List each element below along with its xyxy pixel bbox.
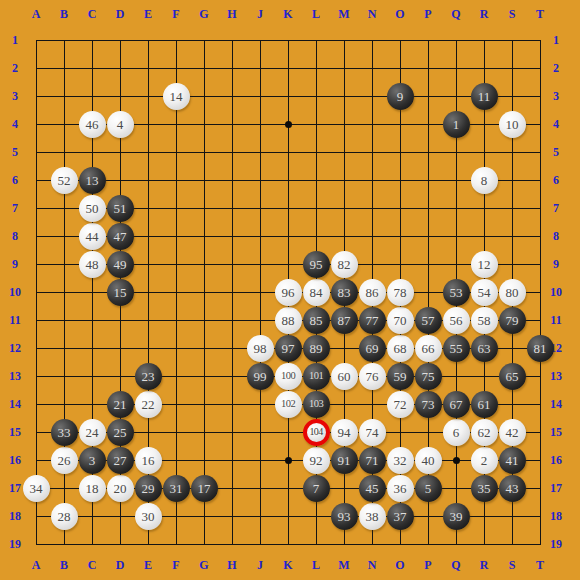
- move-number: 25: [114, 426, 127, 439]
- move-number: 34: [30, 482, 43, 495]
- stone-G17: 17: [191, 475, 218, 502]
- move-number: 4: [117, 118, 124, 131]
- column-label: O: [386, 556, 414, 574]
- stone-D10: 15: [107, 279, 134, 306]
- move-number: 70: [394, 314, 407, 327]
- stone-F17: 31: [163, 475, 190, 502]
- column-label: S: [498, 556, 526, 574]
- move-number: 12: [478, 258, 491, 271]
- move-number: 50: [86, 202, 99, 215]
- move-number: 68: [394, 342, 407, 355]
- stone-D4: 4: [107, 111, 134, 138]
- move-number: 13: [86, 174, 99, 187]
- stone-L15-last-move: 104: [303, 419, 330, 446]
- stone-P11: 57: [415, 307, 442, 334]
- stone-S16: 41: [499, 447, 526, 474]
- move-number: 5: [425, 482, 432, 495]
- stone-S4: 10: [499, 111, 526, 138]
- move-number: 23: [142, 370, 155, 383]
- stone-D9: 49: [107, 251, 134, 278]
- column-label: D: [106, 5, 134, 23]
- move-number: 67: [450, 398, 463, 411]
- move-number: 36: [394, 482, 407, 495]
- stone-Q4: 1: [443, 111, 470, 138]
- stone-P17: 5: [415, 475, 442, 502]
- move-number: 31: [170, 482, 183, 495]
- stone-R15: 62: [471, 419, 498, 446]
- move-number: 46: [86, 118, 99, 131]
- move-number: 63: [478, 342, 491, 355]
- column-label: J: [246, 5, 274, 23]
- stone-N11: 77: [359, 307, 386, 334]
- stone-N18: 38: [359, 503, 386, 530]
- move-number: 14: [170, 90, 183, 103]
- stone-M10: 83: [331, 279, 358, 306]
- stone-T12: 81: [527, 335, 554, 362]
- move-number: 41: [506, 454, 519, 467]
- stone-N12: 69: [359, 335, 386, 362]
- stone-B6: 52: [51, 167, 78, 194]
- move-number: 18: [86, 482, 99, 495]
- move-number: 101: [309, 371, 323, 382]
- stone-P13: 75: [415, 363, 442, 390]
- stone-J13: 99: [247, 363, 274, 390]
- stone-R17: 35: [471, 475, 498, 502]
- column-label: A: [22, 5, 50, 23]
- move-number: 73: [422, 398, 435, 411]
- move-number: 81: [534, 342, 547, 355]
- move-number: 3: [89, 454, 96, 467]
- move-number: 71: [366, 454, 379, 467]
- stone-O17: 36: [387, 475, 414, 502]
- move-number: 80: [506, 286, 519, 299]
- board-grid[interactable]: 1234567891011121314151617182021222324252…: [22, 26, 554, 558]
- stone-N15: 74: [359, 419, 386, 446]
- move-number: 62: [478, 426, 491, 439]
- column-label: E: [134, 556, 162, 574]
- move-number: 66: [422, 342, 435, 355]
- stone-M15: 94: [331, 419, 358, 446]
- move-number: 79: [506, 314, 519, 327]
- move-number: 20: [114, 482, 127, 495]
- column-label: T: [526, 556, 554, 574]
- stone-R3: 11: [471, 83, 498, 110]
- column-label: L: [302, 5, 330, 23]
- move-number: 1: [453, 118, 460, 131]
- stone-N16: 71: [359, 447, 386, 474]
- stone-S17: 43: [499, 475, 526, 502]
- move-number: 47: [114, 230, 127, 243]
- move-number: 32: [394, 454, 407, 467]
- stone-M18: 93: [331, 503, 358, 530]
- move-number: 77: [366, 314, 379, 327]
- stone-B18: 28: [51, 503, 78, 530]
- stone-L13: 101: [303, 363, 330, 390]
- column-label: Q: [442, 5, 470, 23]
- move-number: 96: [282, 286, 295, 299]
- column-label: P: [414, 5, 442, 23]
- column-label: H: [218, 556, 246, 574]
- column-label: M: [330, 5, 358, 23]
- stone-M16: 91: [331, 447, 358, 474]
- move-number: 48: [86, 258, 99, 271]
- stone-C15: 24: [79, 419, 106, 446]
- column-label: G: [190, 556, 218, 574]
- stone-D15: 25: [107, 419, 134, 446]
- move-number: 78: [394, 286, 407, 299]
- move-number: 49: [114, 258, 127, 271]
- move-number: 72: [394, 398, 407, 411]
- column-label: E: [134, 5, 162, 23]
- column-label: A: [22, 556, 50, 574]
- stone-E16: 16: [135, 447, 162, 474]
- column-label: H: [218, 5, 246, 23]
- move-number: 84: [310, 286, 323, 299]
- stone-M9: 82: [331, 251, 358, 278]
- stone-K14: 102: [275, 391, 302, 418]
- move-number: 56: [450, 314, 463, 327]
- move-number: 15: [114, 286, 127, 299]
- column-label: B: [50, 556, 78, 574]
- move-number: 9: [397, 90, 404, 103]
- move-number: 57: [422, 314, 435, 327]
- stone-B15: 33: [51, 419, 78, 446]
- stone-B16: 26: [51, 447, 78, 474]
- stone-S10: 80: [499, 279, 526, 306]
- stone-P16: 40: [415, 447, 442, 474]
- column-label: R: [470, 5, 498, 23]
- stone-Q14: 67: [443, 391, 470, 418]
- column-label: P: [414, 556, 442, 574]
- star-point: [453, 457, 460, 464]
- move-number: 55: [450, 342, 463, 355]
- move-number: 10: [506, 118, 519, 131]
- stone-N17: 45: [359, 475, 386, 502]
- move-number: 2: [481, 454, 488, 467]
- stone-S15: 42: [499, 419, 526, 446]
- stone-C6: 13: [79, 167, 106, 194]
- stone-Q12: 55: [443, 335, 470, 362]
- stone-O14: 72: [387, 391, 414, 418]
- stone-J12: 98: [247, 335, 274, 362]
- move-number: 16: [142, 454, 155, 467]
- move-number: 59: [394, 370, 407, 383]
- stone-K10: 96: [275, 279, 302, 306]
- stone-Q15: 6: [443, 419, 470, 446]
- stone-F3: 14: [163, 83, 190, 110]
- stone-E17: 29: [135, 475, 162, 502]
- stone-D14: 21: [107, 391, 134, 418]
- move-number: 74: [366, 426, 379, 439]
- stone-N13: 76: [359, 363, 386, 390]
- move-number: 83: [338, 286, 351, 299]
- stone-C7: 50: [79, 195, 106, 222]
- move-number: 22: [142, 398, 155, 411]
- move-number: 61: [478, 398, 491, 411]
- column-label: O: [386, 5, 414, 23]
- stone-D7: 51: [107, 195, 134, 222]
- move-number: 44: [86, 230, 99, 243]
- column-label: R: [470, 556, 498, 574]
- stone-O12: 68: [387, 335, 414, 362]
- move-number: 92: [310, 454, 323, 467]
- move-number: 86: [366, 286, 379, 299]
- move-number: 45: [366, 482, 379, 495]
- move-number: 26: [58, 454, 71, 467]
- move-number: 29: [142, 482, 155, 495]
- move-number: 75: [422, 370, 435, 383]
- stone-R9: 12: [471, 251, 498, 278]
- stone-S11: 79: [499, 307, 526, 334]
- stone-D8: 47: [107, 223, 134, 250]
- column-label: N: [358, 5, 386, 23]
- column-label: K: [274, 5, 302, 23]
- column-label: G: [190, 5, 218, 23]
- stone-O10: 78: [387, 279, 414, 306]
- move-number: 94: [338, 426, 351, 439]
- stone-K11: 88: [275, 307, 302, 334]
- move-number: 102: [281, 399, 295, 410]
- move-number: 11: [478, 90, 491, 103]
- stone-C16: 3: [79, 447, 106, 474]
- column-label: J: [246, 556, 274, 574]
- column-labels-bottom: ABCDEFGHJKLMNOPQRST: [22, 556, 554, 574]
- stone-K13: 100: [275, 363, 302, 390]
- move-number: 69: [366, 342, 379, 355]
- stone-R10: 54: [471, 279, 498, 306]
- stone-D16: 27: [107, 447, 134, 474]
- column-label: Q: [442, 556, 470, 574]
- stone-R16: 2: [471, 447, 498, 474]
- stone-A17: 34: [23, 475, 50, 502]
- stone-L10: 84: [303, 279, 330, 306]
- column-label: K: [274, 556, 302, 574]
- move-number: 38: [366, 510, 379, 523]
- column-label: D: [106, 556, 134, 574]
- move-number: 28: [58, 510, 71, 523]
- stone-R14: 61: [471, 391, 498, 418]
- column-label: F: [162, 556, 190, 574]
- move-number: 6: [453, 426, 460, 439]
- move-number: 65: [506, 370, 519, 383]
- stone-L14: 103: [303, 391, 330, 418]
- move-number: 104: [309, 427, 322, 437]
- move-number: 52: [58, 174, 71, 187]
- move-number: 37: [394, 510, 407, 523]
- star-point: [285, 457, 292, 464]
- move-number: 40: [422, 454, 435, 467]
- stone-L9: 95: [303, 251, 330, 278]
- stone-E13: 23: [135, 363, 162, 390]
- column-label: L: [302, 556, 330, 574]
- move-number: 58: [478, 314, 491, 327]
- move-number: 95: [310, 258, 323, 271]
- stone-L16: 92: [303, 447, 330, 474]
- go-board-diagram: ABCDEFGHJKLMNOPQRST ABCDEFGHJKLMNOPQRST …: [0, 0, 580, 580]
- move-number: 51: [114, 202, 127, 215]
- stone-P14: 73: [415, 391, 442, 418]
- stone-L11: 85: [303, 307, 330, 334]
- move-number: 82: [338, 258, 351, 271]
- move-number: 89: [310, 342, 323, 355]
- stone-L17: 7: [303, 475, 330, 502]
- column-labels-top: ABCDEFGHJKLMNOPQRST: [22, 5, 554, 23]
- stone-Q10: 53: [443, 279, 470, 306]
- column-label: F: [162, 5, 190, 23]
- stone-D17: 20: [107, 475, 134, 502]
- move-number: 42: [506, 426, 519, 439]
- stone-C9: 48: [79, 251, 106, 278]
- stone-Q11: 56: [443, 307, 470, 334]
- stone-M13: 60: [331, 363, 358, 390]
- stone-N10: 86: [359, 279, 386, 306]
- stone-C4: 46: [79, 111, 106, 138]
- move-number: 103: [309, 399, 323, 410]
- move-number: 53: [450, 286, 463, 299]
- move-number: 33: [58, 426, 71, 439]
- move-number: 85: [310, 314, 323, 327]
- move-number: 27: [114, 454, 127, 467]
- stone-P12: 66: [415, 335, 442, 362]
- stone-S13: 65: [499, 363, 526, 390]
- stone-L12: 89: [303, 335, 330, 362]
- column-label: T: [526, 5, 554, 23]
- stone-O16: 32: [387, 447, 414, 474]
- move-number: 39: [450, 510, 463, 523]
- stone-C8: 44: [79, 223, 106, 250]
- move-number: 60: [338, 370, 351, 383]
- move-number: 8: [481, 174, 488, 187]
- column-label: M: [330, 556, 358, 574]
- move-number: 7: [313, 482, 320, 495]
- stone-R11: 58: [471, 307, 498, 334]
- move-number: 88: [282, 314, 295, 327]
- move-number: 97: [282, 342, 295, 355]
- star-point: [285, 121, 292, 128]
- stone-O13: 59: [387, 363, 414, 390]
- move-number: 100: [281, 371, 295, 382]
- move-number: 76: [366, 370, 379, 383]
- move-number: 17: [198, 482, 211, 495]
- column-label: S: [498, 5, 526, 23]
- stone-E14: 22: [135, 391, 162, 418]
- stone-R12: 63: [471, 335, 498, 362]
- move-number: 93: [338, 510, 351, 523]
- column-label: N: [358, 556, 386, 574]
- stone-M11: 87: [331, 307, 358, 334]
- stone-K12: 97: [275, 335, 302, 362]
- stone-O11: 70: [387, 307, 414, 334]
- move-number: 35: [478, 482, 491, 495]
- stone-Q18: 39: [443, 503, 470, 530]
- stone-E18: 30: [135, 503, 162, 530]
- column-label: C: [78, 5, 106, 23]
- stone-R6: 8: [471, 167, 498, 194]
- column-label: B: [50, 5, 78, 23]
- stone-O3: 9: [387, 83, 414, 110]
- stone-O18: 37: [387, 503, 414, 530]
- move-number: 21: [114, 398, 127, 411]
- stone-C17: 18: [79, 475, 106, 502]
- move-number: 43: [506, 482, 519, 495]
- move-number: 91: [338, 454, 351, 467]
- move-number: 98: [254, 342, 267, 355]
- move-number: 87: [338, 314, 351, 327]
- move-number: 54: [478, 286, 491, 299]
- column-label: C: [78, 556, 106, 574]
- move-number: 30: [142, 510, 155, 523]
- move-number: 24: [86, 426, 99, 439]
- move-number: 99: [254, 370, 267, 383]
